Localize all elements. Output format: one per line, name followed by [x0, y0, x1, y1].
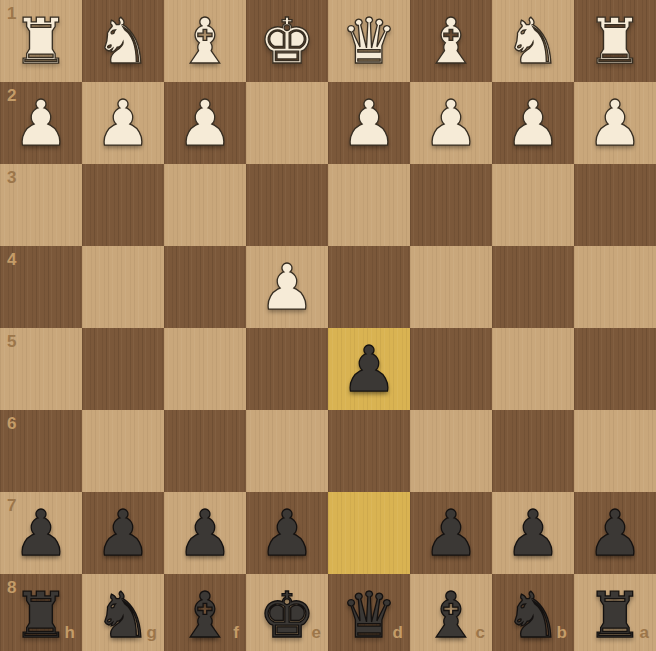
square-c6[interactable] — [410, 410, 492, 492]
square-e4[interactable]: ♟ — [246, 246, 328, 328]
square-g4[interactable] — [82, 246, 164, 328]
square-b1[interactable]: ♞ — [492, 0, 574, 82]
rank-label-3: 3 — [7, 168, 16, 188]
square-a4[interactable] — [574, 246, 656, 328]
square-c4[interactable] — [410, 246, 492, 328]
piece-black-king-e8[interactable]: ♚ — [259, 584, 315, 647]
piece-white-pawn-h2[interactable]: ♟ — [13, 92, 69, 155]
piece-white-king-e1[interactable]: ♚ — [259, 10, 315, 73]
square-h7[interactable]: ♟7 — [0, 492, 82, 574]
square-c5[interactable] — [410, 328, 492, 410]
chess-board: ♜1♞♝♚♛♝♞♜♟2♟♟♟♟♟♟34♟5♟6♟7♟♟♟♟♟♟♜8h♞g♝f♚e… — [0, 0, 656, 651]
square-g3[interactable] — [82, 164, 164, 246]
piece-white-pawn-c2[interactable]: ♟ — [423, 92, 479, 155]
piece-black-rook-a8[interactable]: ♜ — [587, 584, 643, 647]
square-g5[interactable] — [82, 328, 164, 410]
piece-black-rook-h8[interactable]: ♜ — [13, 584, 69, 647]
square-h5[interactable]: 5 — [0, 328, 82, 410]
square-g6[interactable] — [82, 410, 164, 492]
piece-white-pawn-e4[interactable]: ♟ — [259, 256, 315, 319]
square-e7[interactable]: ♟ — [246, 492, 328, 574]
piece-black-pawn-b7[interactable]: ♟ — [505, 502, 561, 565]
square-e5[interactable] — [246, 328, 328, 410]
piece-black-pawn-d5[interactable]: ♟ — [341, 338, 397, 401]
square-e6[interactable] — [246, 410, 328, 492]
square-f5[interactable] — [164, 328, 246, 410]
square-b2[interactable]: ♟ — [492, 82, 574, 164]
piece-white-pawn-a2[interactable]: ♟ — [587, 92, 643, 155]
square-h3[interactable]: 3 — [0, 164, 82, 246]
square-e2[interactable] — [246, 82, 328, 164]
piece-black-pawn-g7[interactable]: ♟ — [95, 502, 151, 565]
square-g2[interactable]: ♟ — [82, 82, 164, 164]
piece-white-queen-d1[interactable]: ♛ — [341, 10, 397, 73]
square-h6[interactable]: 6 — [0, 410, 82, 492]
square-b7[interactable]: ♟ — [492, 492, 574, 574]
square-d2[interactable]: ♟ — [328, 82, 410, 164]
square-c3[interactable] — [410, 164, 492, 246]
piece-black-pawn-c7[interactable]: ♟ — [423, 502, 479, 565]
square-d7[interactable] — [328, 492, 410, 574]
square-h1[interactable]: ♜1 — [0, 0, 82, 82]
square-h4[interactable]: 4 — [0, 246, 82, 328]
square-a7[interactable]: ♟ — [574, 492, 656, 574]
square-f8[interactable]: ♝f — [164, 574, 246, 651]
square-b5[interactable] — [492, 328, 574, 410]
square-d6[interactable] — [328, 410, 410, 492]
square-f4[interactable] — [164, 246, 246, 328]
square-e1[interactable]: ♚ — [246, 0, 328, 82]
square-e8[interactable]: ♚e — [246, 574, 328, 651]
square-c2[interactable]: ♟ — [410, 82, 492, 164]
square-e3[interactable] — [246, 164, 328, 246]
square-c7[interactable]: ♟ — [410, 492, 492, 574]
piece-black-pawn-h7[interactable]: ♟ — [13, 502, 69, 565]
square-g1[interactable]: ♞ — [82, 0, 164, 82]
piece-white-bishop-c1[interactable]: ♝ — [423, 10, 479, 73]
piece-black-queen-d8[interactable]: ♛ — [341, 584, 397, 647]
square-b6[interactable] — [492, 410, 574, 492]
rank-label-5: 5 — [7, 332, 16, 352]
square-h8[interactable]: ♜8h — [0, 574, 82, 651]
square-c8[interactable]: ♝c — [410, 574, 492, 651]
square-d5[interactable]: ♟ — [328, 328, 410, 410]
square-a2[interactable]: ♟ — [574, 82, 656, 164]
piece-black-bishop-f8[interactable]: ♝ — [177, 584, 233, 647]
square-h2[interactable]: ♟2 — [0, 82, 82, 164]
square-f1[interactable]: ♝ — [164, 0, 246, 82]
file-label-f: f — [233, 623, 239, 643]
square-b4[interactable] — [492, 246, 574, 328]
square-f7[interactable]: ♟ — [164, 492, 246, 574]
piece-white-pawn-g2[interactable]: ♟ — [95, 92, 151, 155]
piece-white-rook-h1[interactable]: ♜ — [13, 10, 69, 73]
piece-black-pawn-e7[interactable]: ♟ — [259, 502, 315, 565]
square-a5[interactable] — [574, 328, 656, 410]
rank-label-6: 6 — [7, 414, 16, 434]
square-d1[interactable]: ♛ — [328, 0, 410, 82]
rank-label-4: 4 — [7, 250, 16, 270]
piece-white-knight-b1[interactable]: ♞ — [505, 10, 561, 73]
square-b3[interactable] — [492, 164, 574, 246]
piece-white-knight-g1[interactable]: ♞ — [95, 10, 151, 73]
piece-white-pawn-d2[interactable]: ♟ — [341, 92, 397, 155]
square-a1[interactable]: ♜ — [574, 0, 656, 82]
square-d4[interactable] — [328, 246, 410, 328]
square-b8[interactable]: ♞b — [492, 574, 574, 651]
square-d8[interactable]: ♛d — [328, 574, 410, 651]
square-g7[interactable]: ♟ — [82, 492, 164, 574]
square-c1[interactable]: ♝ — [410, 0, 492, 82]
piece-white-pawn-b2[interactable]: ♟ — [505, 92, 561, 155]
square-f3[interactable] — [164, 164, 246, 246]
piece-black-pawn-a7[interactable]: ♟ — [587, 502, 643, 565]
piece-white-rook-a1[interactable]: ♜ — [587, 10, 643, 73]
piece-black-bishop-c8[interactable]: ♝ — [423, 584, 479, 647]
square-g8[interactable]: ♞g — [82, 574, 164, 651]
piece-black-pawn-f7[interactable]: ♟ — [177, 502, 233, 565]
square-f2[interactable]: ♟ — [164, 82, 246, 164]
square-d3[interactable] — [328, 164, 410, 246]
piece-white-bishop-f1[interactable]: ♝ — [177, 10, 233, 73]
piece-black-knight-g8[interactable]: ♞ — [95, 584, 151, 647]
square-a8[interactable]: ♜a — [574, 574, 656, 651]
square-f6[interactable] — [164, 410, 246, 492]
square-a6[interactable] — [574, 410, 656, 492]
piece-white-pawn-f2[interactable]: ♟ — [177, 92, 233, 155]
square-a3[interactable] — [574, 164, 656, 246]
piece-black-knight-b8[interactable]: ♞ — [505, 584, 561, 647]
